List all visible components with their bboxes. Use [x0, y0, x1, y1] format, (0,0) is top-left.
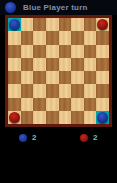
square-r6c6[interactable] [84, 98, 97, 111]
board[interactable] [5, 15, 112, 127]
square-r3c3[interactable] [46, 58, 59, 71]
square-r3c0[interactable] [8, 58, 21, 71]
square-r7c4[interactable] [59, 111, 72, 124]
square-r7c0[interactable] [8, 111, 21, 124]
square-r3c4[interactable] [59, 58, 72, 71]
square-r0c0[interactable] [8, 18, 21, 31]
square-r6c3[interactable] [46, 98, 59, 111]
square-r0c4[interactable] [59, 18, 72, 31]
square-r1c7[interactable] [96, 31, 109, 44]
square-r3c5[interactable] [71, 58, 84, 71]
square-r4c0[interactable] [8, 71, 21, 84]
square-r0c2[interactable] [33, 18, 46, 31]
square-r1c6[interactable] [84, 31, 97, 44]
square-r5c5[interactable] [71, 84, 84, 97]
square-r7c5[interactable] [71, 111, 84, 124]
square-r2c6[interactable] [84, 45, 97, 58]
square-r2c4[interactable] [59, 45, 72, 58]
square-r5c7[interactable] [96, 84, 109, 97]
blue-turn-disc-icon [5, 2, 16, 13]
square-r0c1[interactable] [21, 18, 34, 31]
square-r1c5[interactable] [71, 31, 84, 44]
blue-checker-piece[interactable] [9, 19, 20, 30]
square-r2c0[interactable] [8, 45, 21, 58]
square-r4c4[interactable] [59, 71, 72, 84]
piece-count-bar: 2 2 [0, 131, 117, 144]
square-r5c4[interactable] [59, 84, 72, 97]
square-r2c3[interactable] [46, 45, 59, 58]
blue-disc-icon [19, 134, 27, 142]
square-r3c2[interactable] [33, 58, 46, 71]
turn-status-bar: Blue Player turn [0, 0, 117, 15]
square-r5c6[interactable] [84, 84, 97, 97]
square-r4c7[interactable] [96, 71, 109, 84]
square-r7c2[interactable] [33, 111, 46, 124]
square-r2c2[interactable] [33, 45, 46, 58]
square-r2c5[interactable] [71, 45, 84, 58]
square-r5c2[interactable] [33, 84, 46, 97]
blue-piece-counter: 2 [19, 131, 36, 144]
blue-checker-piece[interactable] [97, 112, 108, 123]
square-r4c3[interactable] [46, 71, 59, 84]
square-r1c3[interactable] [46, 31, 59, 44]
square-r6c4[interactable] [59, 98, 72, 111]
square-r5c1[interactable] [21, 84, 34, 97]
turn-status-text: Blue Player turn [23, 3, 88, 12]
square-r1c0[interactable] [8, 31, 21, 44]
square-r7c6[interactable] [84, 111, 97, 124]
blue-piece-count: 2 [32, 133, 36, 142]
square-r5c0[interactable] [8, 84, 21, 97]
square-r7c1[interactable] [21, 111, 34, 124]
app-screen: Blue Player turn 2 2 [0, 0, 117, 183]
red-disc-icon [80, 134, 88, 142]
square-r5c3[interactable] [46, 84, 59, 97]
red-checker-piece[interactable] [9, 112, 20, 123]
square-r7c7[interactable] [96, 111, 109, 124]
square-r1c4[interactable] [59, 31, 72, 44]
square-r4c6[interactable] [84, 71, 97, 84]
red-checker-piece[interactable] [97, 19, 108, 30]
square-r4c2[interactable] [33, 71, 46, 84]
square-r3c6[interactable] [84, 58, 97, 71]
square-r6c2[interactable] [33, 98, 46, 111]
square-r6c7[interactable] [96, 98, 109, 111]
square-r4c5[interactable] [71, 71, 84, 84]
red-piece-count: 2 [93, 133, 97, 142]
square-r3c7[interactable] [96, 58, 109, 71]
red-piece-counter: 2 [80, 131, 97, 144]
square-r0c7[interactable] [96, 18, 109, 31]
square-r0c6[interactable] [84, 18, 97, 31]
square-r4c1[interactable] [21, 71, 34, 84]
square-r1c2[interactable] [33, 31, 46, 44]
square-r6c1[interactable] [21, 98, 34, 111]
square-r2c7[interactable] [96, 45, 109, 58]
square-r7c3[interactable] [46, 111, 59, 124]
square-r6c5[interactable] [71, 98, 84, 111]
square-r6c0[interactable] [8, 98, 21, 111]
square-r2c1[interactable] [21, 45, 34, 58]
square-r3c1[interactable] [21, 58, 34, 71]
square-r1c1[interactable] [21, 31, 34, 44]
square-r0c3[interactable] [46, 18, 59, 31]
square-r0c5[interactable] [71, 18, 84, 31]
